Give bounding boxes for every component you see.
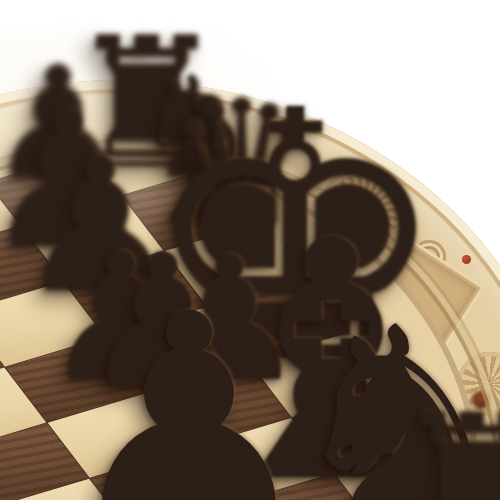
pieces-layer: ♜♞♟♝♛♟♟♚♟♟♟♝♟♞♜ bbox=[0, 0, 500, 500]
piece-black-rook-h8[interactable]: ♜ bbox=[391, 391, 500, 500]
chess-photo-scene: ♜♞♟♝♛♟♟♚♟♟♟♝♟♞♜ bbox=[0, 0, 500, 500]
